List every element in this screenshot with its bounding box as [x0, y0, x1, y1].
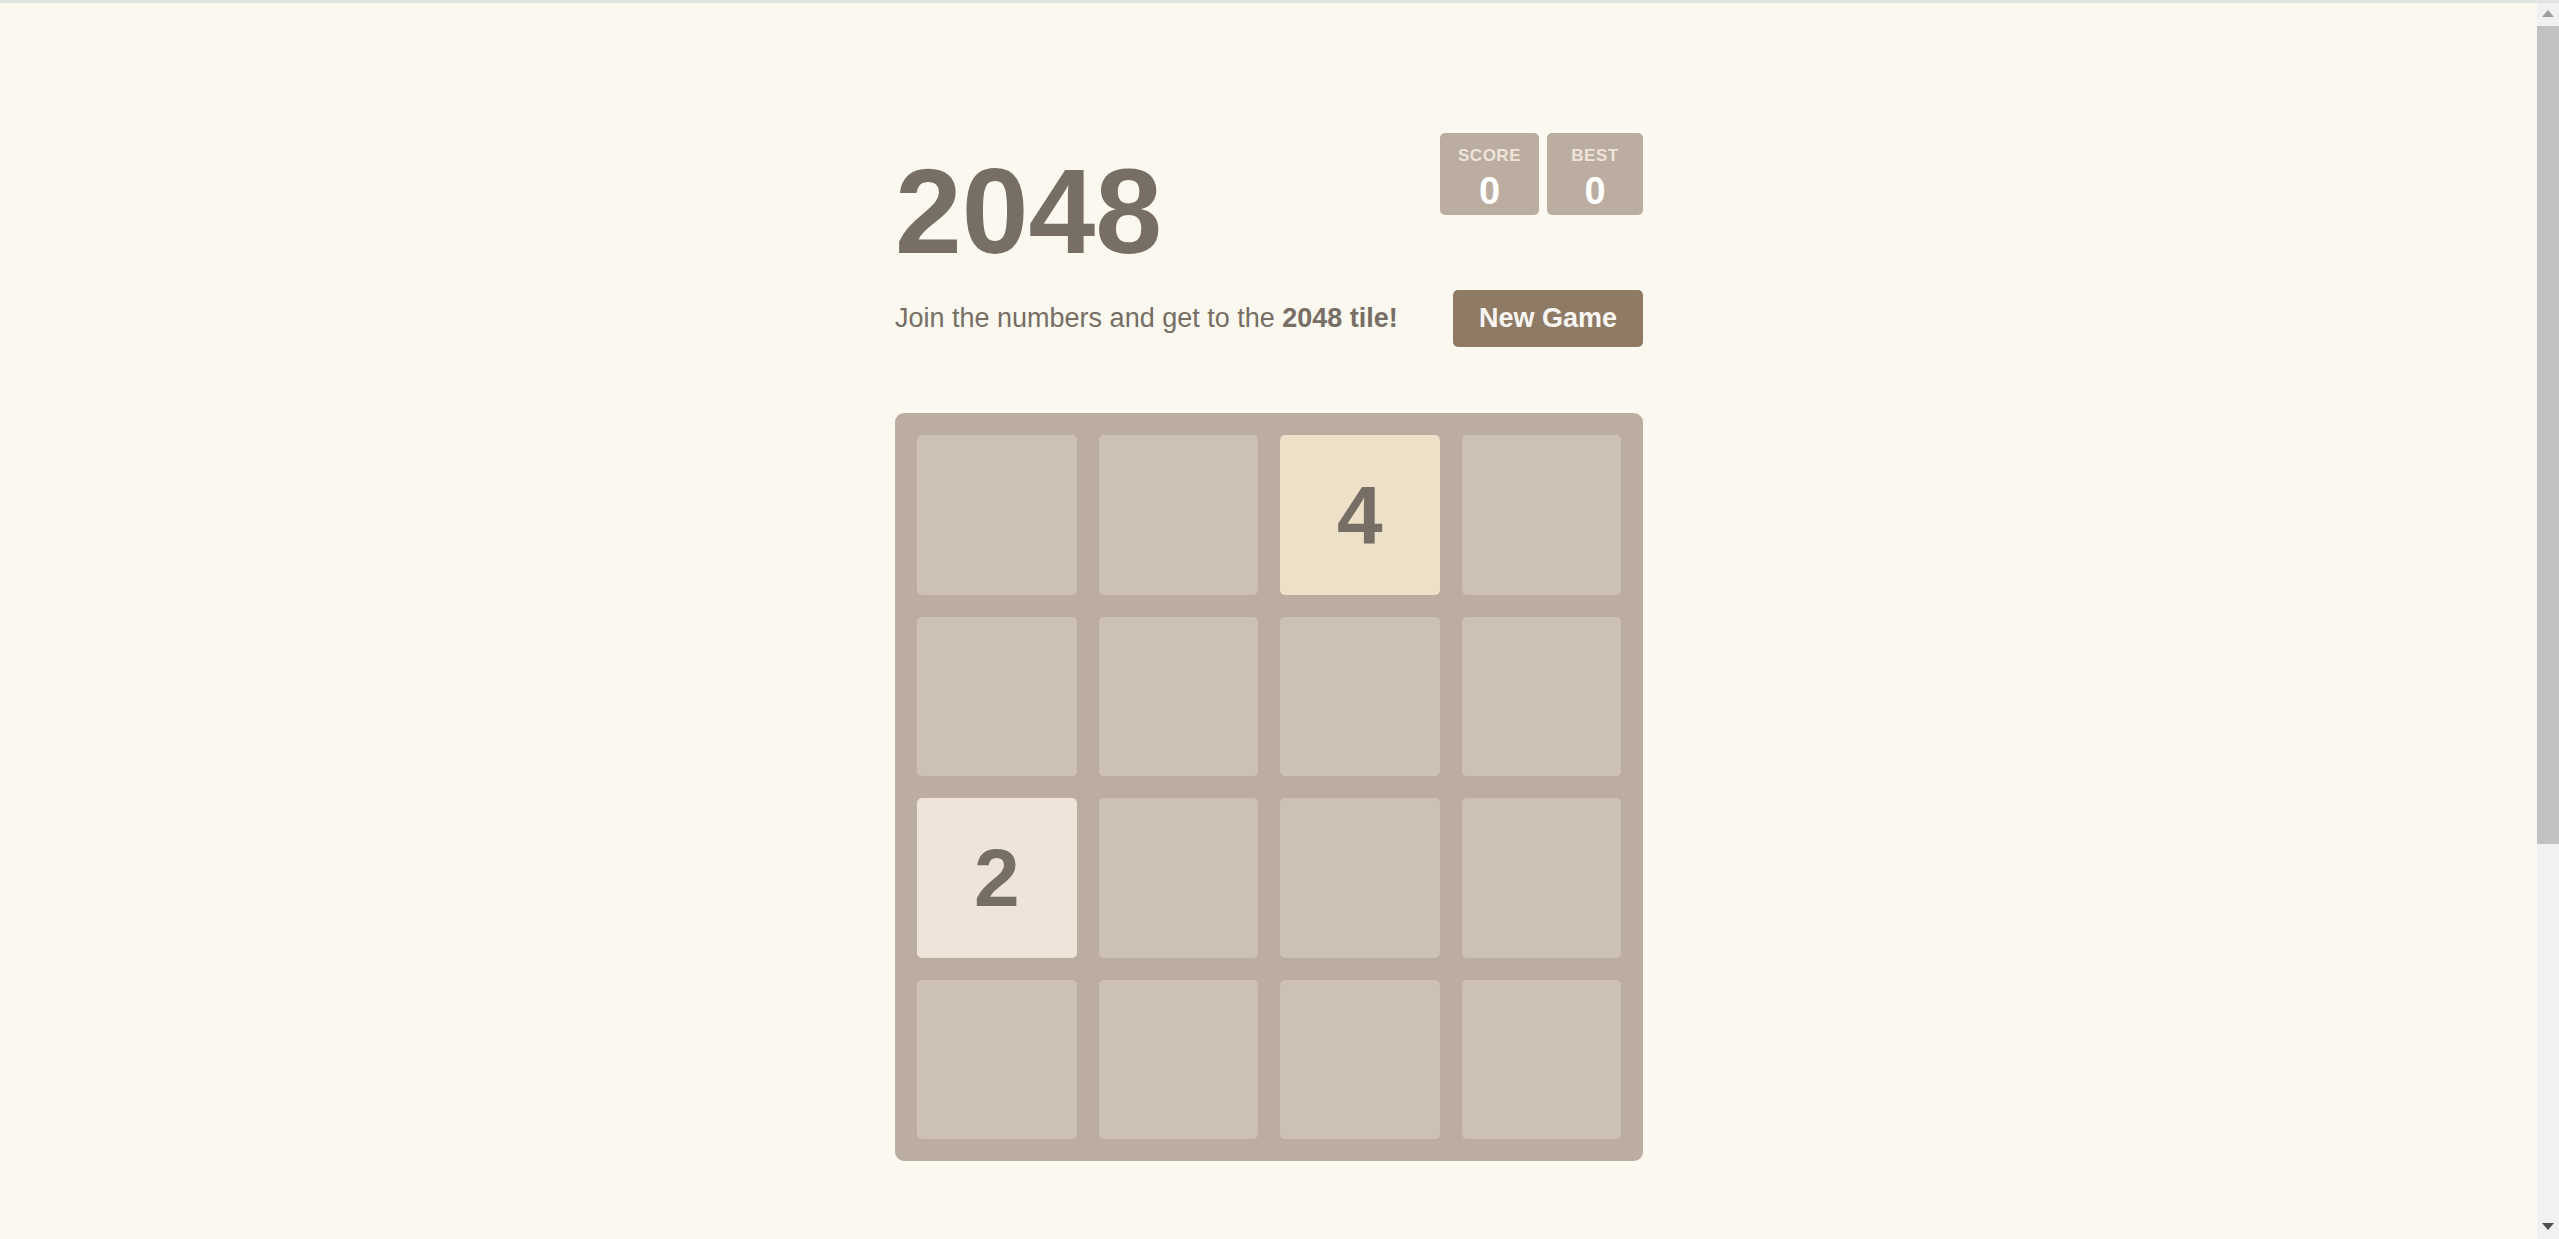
game-page: 2048 SCORE 0 BEST 0 Join the numbers and…	[895, 0, 1643, 1239]
score-label: SCORE	[1458, 147, 1521, 164]
intro-text-regular: Join the numbers and get to the	[895, 303, 1282, 333]
board-cell-empty	[1462, 435, 1622, 595]
board-cell-empty	[1462, 798, 1622, 958]
board-cell-empty	[1280, 798, 1440, 958]
score-value: 0	[1458, 172, 1521, 210]
board-cell-empty	[1280, 980, 1440, 1140]
viewport-top-border	[0, 0, 2559, 3]
scrollbar-down-button[interactable]	[2537, 1213, 2559, 1239]
score-panel: SCORE 0 BEST 0	[1440, 133, 1643, 215]
new-game-button[interactable]: New Game	[1453, 290, 1643, 347]
board-cell-empty	[1462, 617, 1622, 777]
board-cell-empty	[917, 435, 1077, 595]
scrollbar-up-button[interactable]	[2537, 0, 2559, 26]
game-board[interactable]: 42	[895, 413, 1643, 1161]
intro-text-bold: 2048 tile!	[1282, 303, 1398, 333]
board-cell-empty	[1099, 980, 1259, 1140]
best-label: BEST	[1565, 147, 1625, 164]
score-box: SCORE 0	[1440, 133, 1539, 215]
tile-4: 4	[1280, 435, 1440, 595]
board-cell-empty	[917, 980, 1077, 1140]
best-value: 0	[1565, 172, 1625, 210]
board-cell-empty	[1099, 798, 1259, 958]
board-cell-empty	[1099, 617, 1259, 777]
arrow-up-icon	[2542, 10, 2554, 17]
board-cell-empty	[1280, 617, 1440, 777]
board-cell-empty	[917, 617, 1077, 777]
tile-2: 2	[917, 798, 1077, 958]
scrollbar-thumb[interactable]	[2537, 26, 2559, 844]
best-box: BEST 0	[1547, 133, 1643, 215]
game-title: 2048	[895, 151, 1162, 271]
arrow-down-icon	[2542, 1223, 2554, 1230]
board-cell-empty	[1099, 435, 1259, 595]
intro-text: Join the numbers and get to the 2048 til…	[895, 302, 1398, 334]
scrollbar[interactable]	[2537, 0, 2559, 1239]
board-cell-empty	[1462, 980, 1622, 1140]
